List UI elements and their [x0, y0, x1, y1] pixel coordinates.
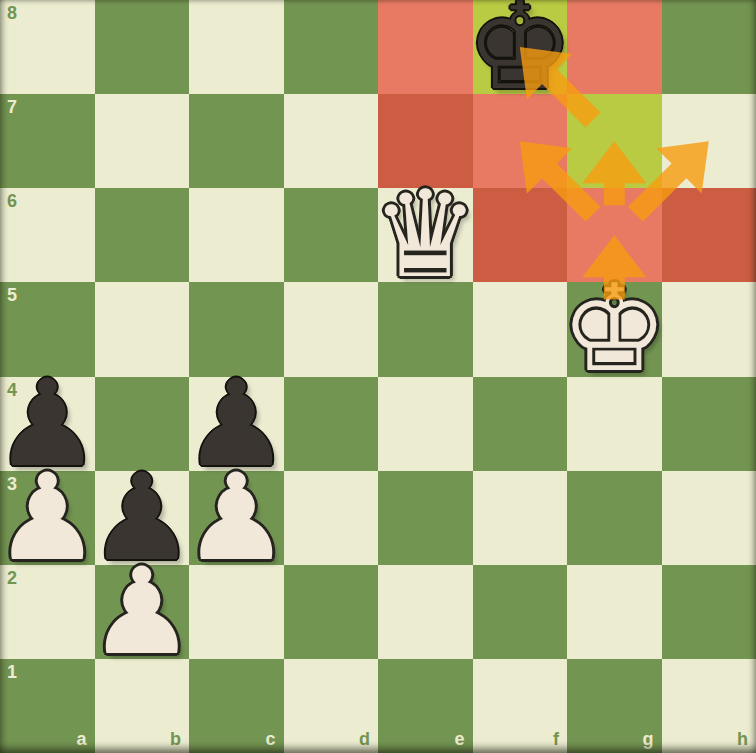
square-d4[interactable]	[284, 377, 379, 471]
file-label-f: f	[553, 730, 559, 748]
white-pawn[interactable]: ♟	[0, 471, 95, 565]
square-b8[interactable]	[95, 0, 190, 94]
square-g8[interactable]	[567, 0, 662, 94]
rank-label-8: 8	[7, 4, 17, 22]
square-d8[interactable]	[284, 0, 379, 94]
square-h2[interactable]	[662, 565, 756, 659]
rank-label-7: 7	[7, 98, 17, 116]
rank-label-1: 1	[7, 663, 17, 681]
square-h1[interactable]: h	[662, 659, 756, 753]
square-d2[interactable]	[284, 565, 379, 659]
file-label-b: b	[170, 730, 181, 748]
square-f5[interactable]	[473, 282, 568, 376]
square-c1[interactable]: c	[189, 659, 284, 753]
square-c3[interactable]: ♟	[189, 471, 284, 565]
board-squares: 8♚76♛5♚4♟♟3♟♟♟2♟1abcdefgh	[0, 0, 756, 753]
file-label-g: g	[643, 730, 654, 748]
square-b6[interactable]	[95, 188, 190, 282]
square-a7[interactable]: 7	[0, 94, 95, 188]
square-f6[interactable]	[473, 188, 568, 282]
square-f4[interactable]	[473, 377, 568, 471]
square-d1[interactable]: d	[284, 659, 379, 753]
rank-label-5: 5	[7, 286, 17, 304]
chess-board: 8♚76♛5♚4♟♟3♟♟♟2♟1abcdefgh	[0, 0, 756, 753]
square-a1[interactable]: 1a	[0, 659, 95, 753]
square-d5[interactable]	[284, 282, 379, 376]
square-d7[interactable]	[284, 94, 379, 188]
file-label-d: d	[359, 730, 370, 748]
square-b7[interactable]	[95, 94, 190, 188]
square-h3[interactable]	[662, 471, 756, 565]
square-h8[interactable]	[662, 0, 756, 94]
square-f8[interactable]: ♚	[473, 0, 568, 94]
square-h5[interactable]	[662, 282, 756, 376]
square-e2[interactable]	[378, 565, 473, 659]
file-label-h: h	[737, 730, 748, 748]
square-h7[interactable]	[662, 94, 756, 188]
square-a8[interactable]: 8	[0, 0, 95, 94]
square-b5[interactable]	[95, 282, 190, 376]
square-h4[interactable]	[662, 377, 756, 471]
square-f2[interactable]	[473, 565, 568, 659]
file-label-a: a	[76, 730, 86, 748]
square-f1[interactable]: f	[473, 659, 568, 753]
black-king[interactable]: ♚	[473, 0, 568, 94]
square-e8[interactable]	[378, 0, 473, 94]
square-e3[interactable]	[378, 471, 473, 565]
rank-label-6: 6	[7, 192, 17, 210]
file-label-e: e	[454, 730, 464, 748]
square-e4[interactable]	[378, 377, 473, 471]
square-b2[interactable]: ♟	[95, 565, 190, 659]
white-king[interactable]: ♚	[567, 282, 662, 376]
square-g5[interactable]: ♚	[567, 282, 662, 376]
square-h6[interactable]	[662, 188, 756, 282]
square-e1[interactable]: e	[378, 659, 473, 753]
square-g3[interactable]	[567, 471, 662, 565]
square-a3[interactable]: 3♟	[0, 471, 95, 565]
square-c8[interactable]	[189, 0, 284, 94]
square-d3[interactable]	[284, 471, 379, 565]
square-g1[interactable]: g	[567, 659, 662, 753]
square-c6[interactable]	[189, 188, 284, 282]
white-queen[interactable]: ♛	[378, 188, 473, 282]
white-pawn[interactable]: ♟	[95, 565, 190, 659]
square-g7[interactable]	[567, 94, 662, 188]
square-c7[interactable]	[189, 94, 284, 188]
square-f3[interactable]	[473, 471, 568, 565]
square-e6[interactable]: ♛	[378, 188, 473, 282]
square-g2[interactable]	[567, 565, 662, 659]
square-d6[interactable]	[284, 188, 379, 282]
square-a6[interactable]: 6	[0, 188, 95, 282]
file-label-c: c	[265, 730, 275, 748]
white-pawn[interactable]: ♟	[189, 471, 284, 565]
